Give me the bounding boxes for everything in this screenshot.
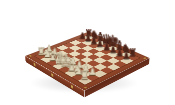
square-e3: [73, 60, 86, 66]
square-g5: [100, 60, 114, 67]
scene: ♜♞♝♛♚♝♞♜♟♟♟♟♟♟♟♟♟♟♟♟♟♟♟♟♜♞♝♛♚♝♞♜: [0, 0, 175, 105]
chess-set-product-photo: ♜♞♝♛♚♝♞♜♟♟♟♟♟♟♟♟♟♟♟♟♟♟♟♟♜♞♝♛♚♝♞♜: [0, 0, 175, 105]
square-g4: [93, 64, 107, 71]
square-c2: [54, 57, 67, 63]
square-h2: [85, 74, 99, 81]
square-f1: [65, 70, 79, 77]
board-3d: ♜♞♝♛♚♝♞♜♟♟♟♟♟♟♟♟♟♟♟♟♟♟♟♟♜♞♝♛♚♝♞♜: [25, 31, 149, 90]
square-e1: [58, 66, 72, 73]
square-h7: [120, 58, 133, 64]
square-e2: [66, 63, 80, 70]
square-d1: [52, 63, 66, 70]
brass-clasp-icon: [34, 62, 36, 66]
square-f4: [87, 60, 100, 66]
square-h8: [126, 55, 139, 61]
square-d3: [67, 57, 80, 63]
brass-clasp-icon: [71, 84, 73, 89]
square-g6: [107, 57, 120, 63]
square-h3: [93, 70, 107, 77]
square-f5: [93, 57, 106, 63]
square-h1: [78, 77, 93, 85]
brass-corner-ornament-icon: [29, 55, 32, 57]
square-h6: [113, 61, 127, 68]
square-c1: [46, 60, 59, 66]
square-d2: [60, 60, 73, 66]
square-h5: [107, 64, 121, 71]
square-g2: [79, 70, 93, 77]
square-g1: [71, 73, 85, 80]
square-f2: [72, 66, 86, 73]
square-g3: [86, 67, 100, 74]
square-b1: [41, 56, 54, 62]
brass-lock-icon: [51, 73, 53, 77]
square-e4: [80, 57, 93, 63]
board-frame: [25, 31, 149, 90]
square-f3: [79, 63, 93, 70]
square-h4: [100, 67, 114, 74]
